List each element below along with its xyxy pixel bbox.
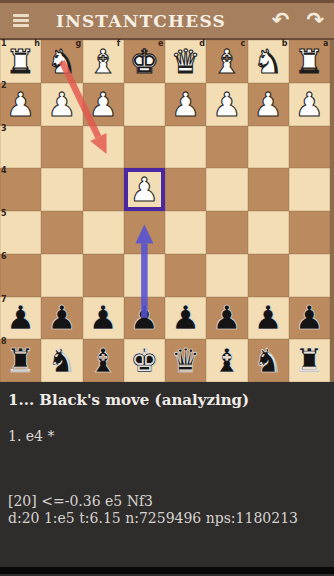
black-pawn-c7: ♟ (212, 301, 242, 334)
engine-line-2: d:20 1:e5 t:6.15 n:7259496 nps:1180213 (8, 510, 298, 527)
black-pawn-g7: ♟ (47, 301, 77, 334)
engine-line-1: [20] <=-0.36 e5 Nf3 (8, 493, 298, 510)
rank-label-7: 7 (1, 296, 7, 304)
black-pawn-b7: ♟ (253, 301, 283, 334)
square-g5[interactable] (41, 211, 82, 254)
black-pawn-a7: ♟ (295, 301, 325, 334)
square-e5[interactable] (124, 211, 165, 254)
square-a8[interactable]: ♜ (289, 339, 330, 382)
app-title: INSTANTCHESS (56, 11, 226, 31)
file-label-b: b (282, 40, 288, 48)
rank-label-3: 3 (1, 125, 7, 133)
file-label-e: e (158, 40, 163, 48)
square-e6[interactable] (124, 254, 165, 297)
white-rook-a1: ♜ (295, 45, 325, 78)
white-pawn-g2: ♟ (47, 88, 77, 121)
square-g6[interactable] (41, 254, 82, 297)
last-move-highlight-e4 (124, 168, 165, 211)
analysis-panel: 1... Black's move (analyzing) 1. e4 * [2… (0, 382, 334, 567)
square-c8[interactable]: ♝ (206, 339, 247, 382)
square-c5[interactable] (206, 211, 247, 254)
rank-label-1: 1 (1, 40, 7, 48)
app-window: INSTANTCHESS ↶ ↷ ♜♞♝♚♛♝♞♜♟♟♟♟♟♟♟♟♟♟♟♟♟♟♟… (0, 0, 334, 576)
chess-board-area: ♜♞♝♚♛♝♞♜♟♟♟♟♟♟♟♟♟♟♟♟♟♟♟♟♜♞♝♚♛♝♞♜hgfedcba… (0, 38, 334, 382)
header-actions: ↶ ↷ (272, 10, 324, 31)
square-d5[interactable] (165, 211, 206, 254)
black-bishop-c8: ♝ (212, 344, 242, 377)
file-label-f: f (117, 40, 120, 48)
square-g7[interactable]: ♟ (41, 297, 82, 340)
black-rook-h8: ♜ (6, 344, 36, 377)
square-e2[interactable] (124, 83, 165, 126)
move-list-text: 1. e4 * (0, 409, 334, 444)
black-pawn-f7: ♟ (88, 301, 118, 334)
white-pawn-h2: ♟ (6, 88, 36, 121)
square-g2[interactable]: ♟ (41, 83, 82, 126)
square-f5[interactable] (83, 211, 124, 254)
white-bishop-f1: ♝ (88, 45, 118, 78)
black-king-e8: ♚ (130, 344, 160, 377)
square-a3[interactable] (289, 126, 330, 169)
file-label-a: a (323, 40, 328, 48)
menu-hamburger-icon[interactable] (13, 12, 29, 30)
black-rook-a8: ♜ (295, 344, 325, 377)
engine-output: [20] <=-0.36 e5 Nf3 d:20 1:e5 t:6.15 n:7… (8, 493, 298, 527)
square-b8[interactable]: ♞ (248, 339, 289, 382)
square-d2[interactable]: ♟ (165, 83, 206, 126)
square-a2[interactable]: ♟ (289, 83, 330, 126)
square-c7[interactable]: ♟ (206, 297, 247, 340)
white-pawn-f2: ♟ (88, 88, 118, 121)
white-bishop-c1: ♝ (212, 45, 242, 78)
rank-label-8: 8 (1, 338, 7, 346)
file-label-d: d (199, 40, 205, 48)
square-e3[interactable] (124, 126, 165, 169)
square-g3[interactable] (41, 126, 82, 169)
redo-icon[interactable]: ↷ (306, 10, 324, 31)
square-e7[interactable]: ♟ (124, 297, 165, 340)
square-d7[interactable]: ♟ (165, 297, 206, 340)
square-f4[interactable] (83, 168, 124, 211)
square-d8[interactable]: ♛ (165, 339, 206, 382)
square-d6[interactable] (165, 254, 206, 297)
white-pawn-a2: ♟ (295, 88, 325, 121)
square-d3[interactable] (165, 126, 206, 169)
square-f2[interactable]: ♟ (83, 83, 124, 126)
black-queen-d8: ♛ (171, 344, 201, 377)
move-status-text: 1... Black's move (analyzing) (0, 382, 334, 409)
white-queen-d1: ♛ (171, 45, 201, 78)
white-pawn-c2: ♟ (212, 88, 242, 121)
white-rook-h1: ♜ (6, 45, 36, 78)
square-c2[interactable]: ♟ (206, 83, 247, 126)
bottom-nav-bar (0, 567, 334, 574)
square-g4[interactable] (41, 168, 82, 211)
black-pawn-e7: ♟ (130, 301, 160, 334)
square-e8[interactable]: ♚ (124, 339, 165, 382)
white-pawn-b2: ♟ (253, 88, 283, 121)
square-b6[interactable] (248, 254, 289, 297)
square-b5[interactable] (248, 211, 289, 254)
square-f6[interactable] (83, 254, 124, 297)
white-king-e1: ♚ (130, 45, 160, 78)
black-pawn-d7: ♟ (171, 301, 201, 334)
square-b2[interactable]: ♟ (248, 83, 289, 126)
square-b3[interactable] (248, 126, 289, 169)
square-a4[interactable] (289, 168, 330, 211)
square-g8[interactable]: ♞ (41, 339, 82, 382)
square-b4[interactable] (248, 168, 289, 211)
square-f3[interactable] (83, 126, 124, 169)
file-label-c: c (241, 40, 246, 48)
square-c3[interactable] (206, 126, 247, 169)
square-c6[interactable] (206, 254, 247, 297)
black-knight-g8: ♞ (47, 344, 77, 377)
black-pawn-h7: ♟ (6, 301, 36, 334)
rank-label-6: 6 (1, 253, 7, 261)
white-knight-g1: ♞ (47, 45, 77, 78)
undo-icon[interactable]: ↶ (272, 10, 290, 31)
rank-label-2: 2 (1, 82, 7, 90)
square-a6[interactable] (289, 254, 330, 297)
square-f7[interactable]: ♟ (83, 297, 124, 340)
black-bishop-f8: ♝ (88, 344, 118, 377)
square-b7[interactable]: ♟ (248, 297, 289, 340)
square-c4[interactable] (206, 168, 247, 211)
square-a5[interactable] (289, 211, 330, 254)
white-pawn-d2: ♟ (171, 88, 201, 121)
file-label-g: g (76, 40, 82, 48)
square-a7[interactable]: ♟ (289, 297, 330, 340)
square-d4[interactable] (165, 168, 206, 211)
black-knight-b8: ♞ (253, 344, 283, 377)
app-header: INSTANTCHESS ↶ ↷ (0, 3, 334, 38)
rank-label-4: 4 (1, 167, 7, 175)
white-knight-b1: ♞ (253, 45, 283, 78)
file-label-h: h (34, 40, 40, 48)
board-grid: ♜♞♝♚♛♝♞♜♟♟♟♟♟♟♟♟♟♟♟♟♟♟♟♟♜♞♝♚♛♝♞♜hgfedcba… (0, 40, 330, 382)
rank-label-5: 5 (1, 210, 7, 218)
square-f8[interactable]: ♝ (83, 339, 124, 382)
